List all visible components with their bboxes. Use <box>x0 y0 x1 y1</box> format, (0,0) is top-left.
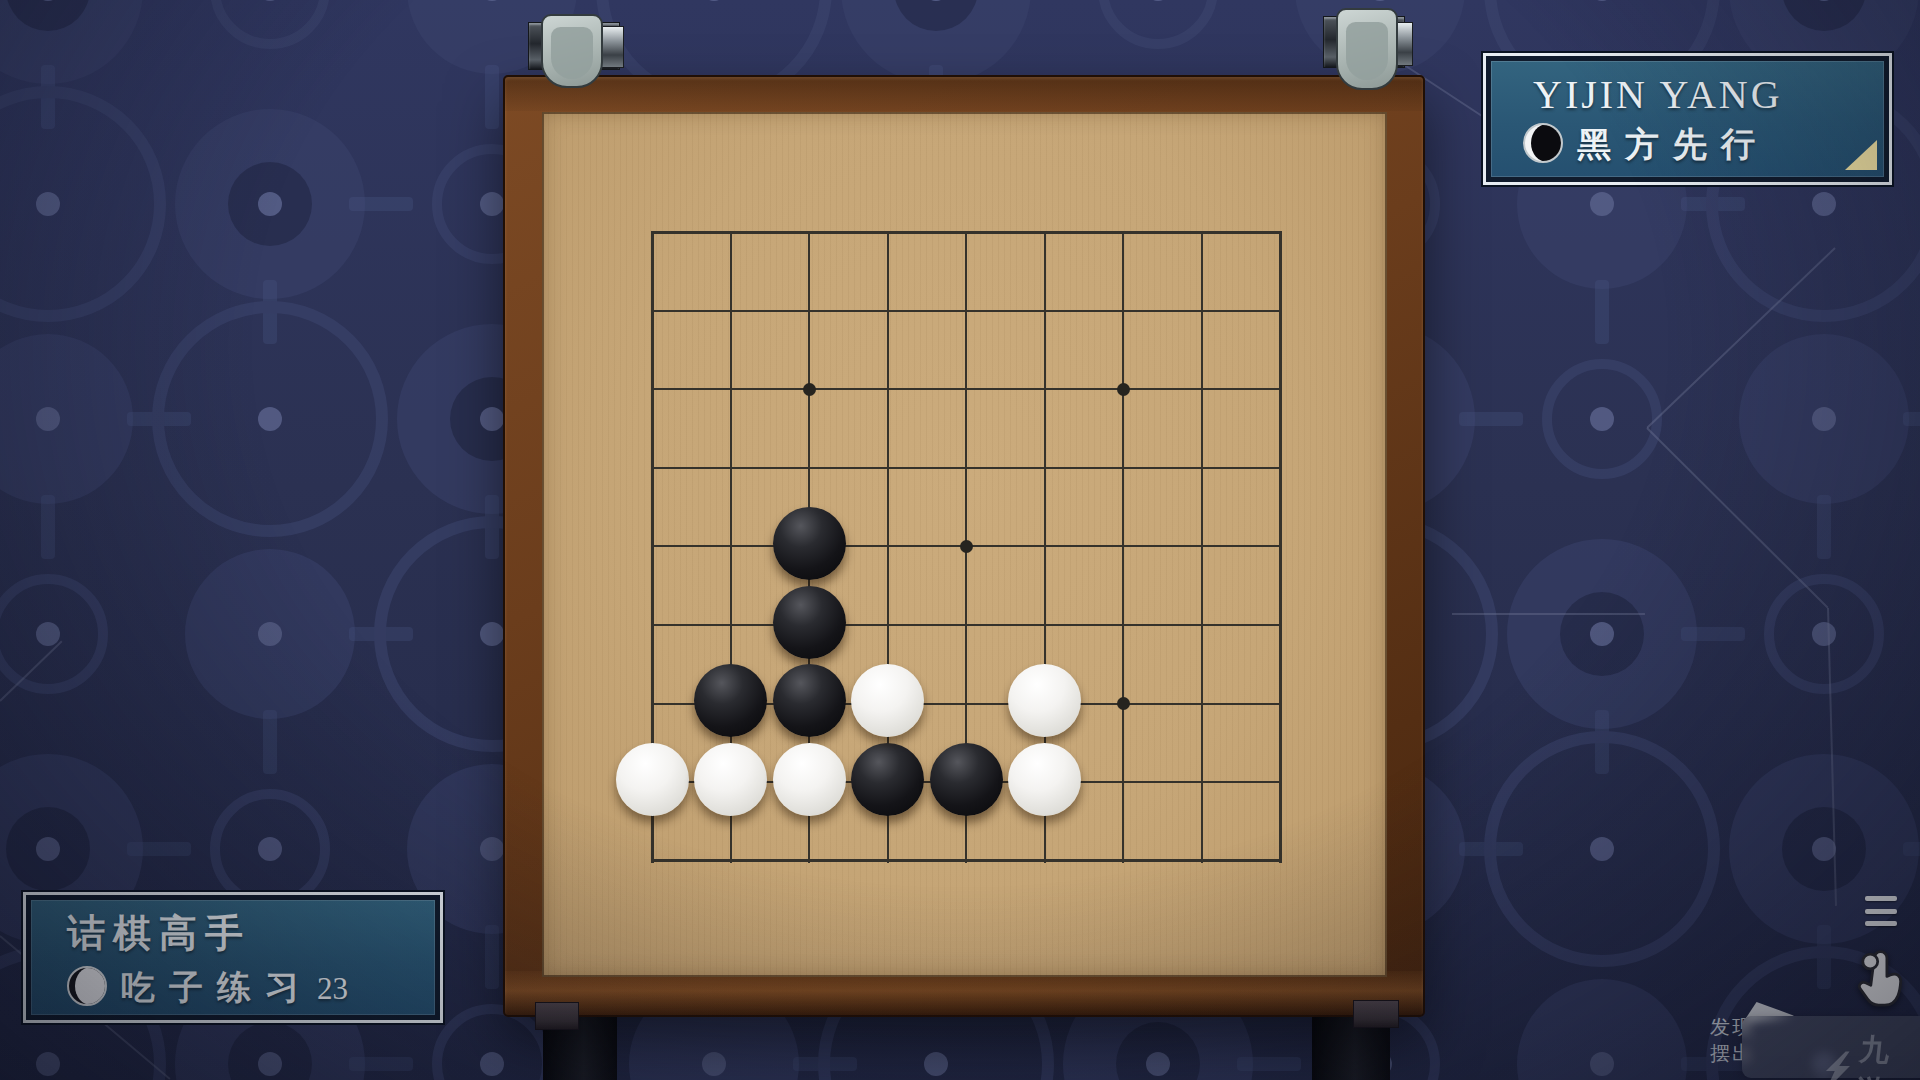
pattern-shape <box>480 837 504 861</box>
pattern-shape <box>1681 627 1745 641</box>
pattern-shape <box>263 710 277 774</box>
puzzle-panel-background: 诘棋高手 吃子练习23 <box>31 900 435 1015</box>
pattern-shape <box>480 622 504 646</box>
player-panel-background: YIJIN YANG 黑方先行 <box>1491 61 1884 177</box>
black-stone <box>930 743 1003 816</box>
turn-indicator: 黑方先行 <box>1523 122 1884 168</box>
white-stone <box>694 743 767 816</box>
white-stone-icon <box>67 966 107 1006</box>
hand-cursor-icon <box>1854 950 1906 1012</box>
grid-line-vertical <box>1122 231 1124 863</box>
pattern-shape <box>1590 192 1614 216</box>
pattern-shape <box>41 495 55 559</box>
clamp-front-clip <box>541 14 603 88</box>
pattern-shape <box>1595 280 1609 344</box>
hamburger-bar <box>1865 921 1897 926</box>
star-point <box>960 540 973 553</box>
frame-bottom-shading <box>505 971 1423 1015</box>
pattern-shape <box>1812 622 1836 646</box>
pattern-shape <box>1903 412 1920 426</box>
star-point <box>1117 383 1130 396</box>
pattern-shape <box>1903 842 1920 856</box>
pattern-shape <box>36 192 60 216</box>
go-board-surface[interactable] <box>542 112 1387 977</box>
pattern-shape <box>36 407 60 431</box>
hamburger-menu-button[interactable] <box>1862 894 1900 928</box>
pattern-shape <box>1459 412 1523 426</box>
pattern-shape <box>36 622 60 646</box>
frame-bracket-left <box>535 1002 579 1030</box>
puzzle-name-line: 吃子练习23 <box>67 965 435 1011</box>
pattern-shape <box>1817 495 1831 559</box>
pattern-shape <box>1812 192 1836 216</box>
pattern-shape <box>1098 0 1218 49</box>
puzzle-name-label: 吃子练习 <box>121 969 313 1006</box>
pattern-shape <box>258 622 282 646</box>
pattern-shape <box>36 1052 60 1076</box>
grid-line-horizontal <box>651 624 1282 626</box>
pattern-shape <box>0 86 166 322</box>
black-stone <box>773 586 846 659</box>
pattern-shape <box>1590 837 1614 861</box>
go-board-grid[interactable] <box>652 232 1280 861</box>
panel-corner-fold-badge[interactable] <box>1845 140 1877 170</box>
pattern-shape <box>1590 622 1614 646</box>
pattern-shape <box>1452 613 1645 615</box>
pattern-shape <box>210 0 330 49</box>
puzzle-info-panel: 诘棋高手 吃子练习23 <box>23 892 443 1023</box>
black-stone <box>851 743 924 816</box>
turn-indicator-label: 黑方先行 <box>1577 126 1769 163</box>
pattern-shape <box>349 197 413 211</box>
white-stone <box>1008 664 1081 737</box>
white-stone <box>851 664 924 737</box>
go-board-frame <box>503 75 1425 1017</box>
star-point <box>803 383 816 396</box>
pattern-shape <box>1590 1052 1614 1076</box>
frame-top-shading <box>505 77 1423 111</box>
player-name-title: YIJIN YANG <box>1533 71 1884 118</box>
black-stone <box>773 507 846 580</box>
lightning-bolt-icon <box>1822 1051 1854 1080</box>
white-stone <box>773 743 846 816</box>
watermark-badge: 九游 <box>1820 1030 1920 1080</box>
grid-line-horizontal <box>651 859 1282 862</box>
pattern-shape <box>258 837 282 861</box>
star-point <box>1117 697 1130 710</box>
pattern-shape <box>36 837 60 861</box>
pattern-shape <box>1237 1057 1301 1071</box>
black-stone <box>694 664 767 737</box>
pattern-shape <box>1146 1052 1170 1076</box>
pattern-shape <box>258 192 282 216</box>
clamp-front-clip <box>1336 8 1398 90</box>
pattern-shape <box>258 407 282 431</box>
puzzle-number: 23 <box>317 971 348 1006</box>
pattern-shape <box>1590 407 1614 431</box>
hamburger-bar <box>1865 896 1897 901</box>
pattern-shape <box>1812 407 1836 431</box>
grid-line-vertical <box>1201 231 1203 863</box>
pattern-shape <box>924 1052 948 1076</box>
hamburger-bar <box>1865 909 1897 914</box>
frame-bracket-right <box>1353 1000 1399 1028</box>
pattern-shape <box>480 1052 504 1076</box>
game-screen: YIJIN YANG 黑方先行 诘棋高手 吃子练习23 发现 摆出 九游 <box>0 0 1920 1080</box>
black-stone <box>773 664 846 737</box>
pattern-shape <box>127 842 191 856</box>
pattern-shape <box>480 407 504 431</box>
grid-line-vertical <box>1279 231 1282 863</box>
player-turn-panel[interactable]: YIJIN YANG 黑方先行 <box>1483 53 1892 185</box>
white-stone <box>616 743 689 816</box>
white-stone <box>1008 743 1081 816</box>
pattern-shape <box>349 1057 413 1071</box>
watermark-label: 九游 <box>1853 1030 1920 1080</box>
pattern-shape <box>480 192 504 216</box>
pattern-shape <box>485 925 499 989</box>
black-stone-icon <box>1523 123 1563 163</box>
pattern-shape <box>485 65 499 129</box>
pattern-shape <box>702 1052 726 1076</box>
pattern-shape <box>0 334 133 504</box>
pattern-shape <box>258 1052 282 1076</box>
puzzle-category-title: 诘棋高手 <box>67 908 435 959</box>
